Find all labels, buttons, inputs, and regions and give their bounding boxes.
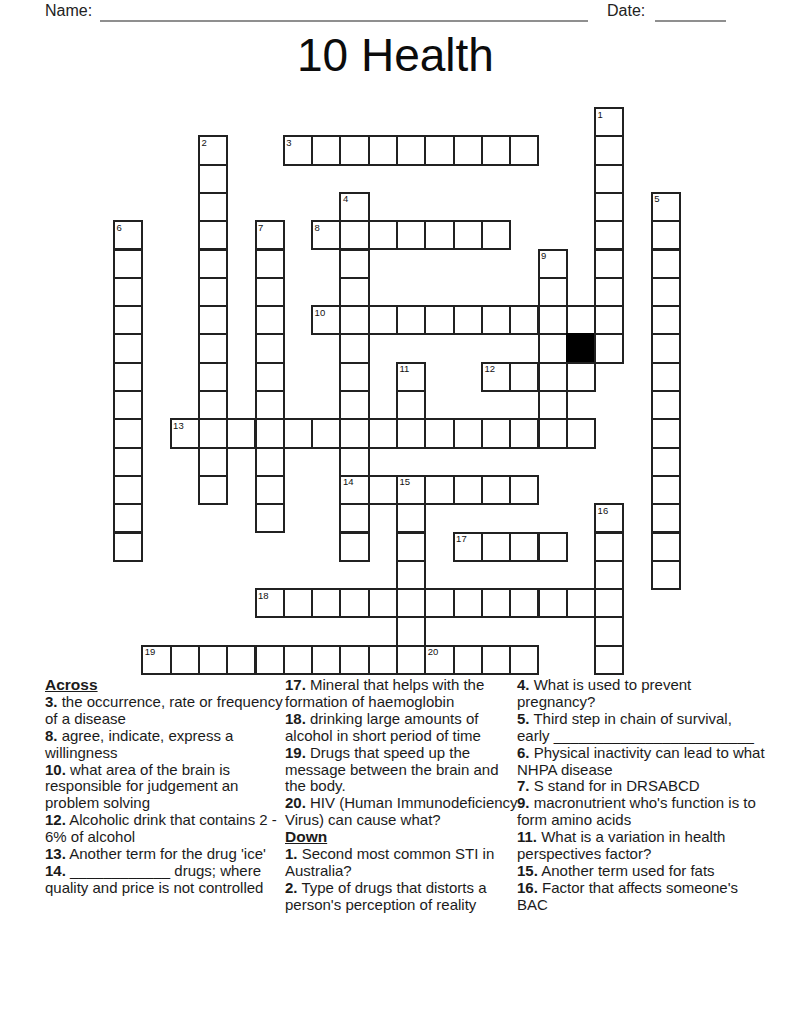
grid-cell[interactable] — [396, 220, 426, 250]
clue-item: 17. Mineral that helps with the formatio… — [285, 677, 518, 711]
clue-number: 11 — [400, 364, 410, 374]
grid-cell[interactable] — [198, 475, 228, 505]
grid-cell[interactable] — [481, 305, 511, 335]
grid-cell[interactable] — [311, 588, 341, 618]
across-header: Across — [45, 677, 287, 694]
grid-cell[interactable] — [651, 532, 681, 562]
grid-cell[interactable] — [396, 503, 426, 533]
grid-cell[interactable] — [255, 390, 285, 420]
grid-cell[interactable] — [651, 503, 681, 533]
grid-cell[interactable] — [509, 305, 539, 335]
grid-cell[interactable] — [339, 249, 369, 279]
grid-cell[interactable] — [198, 362, 228, 392]
grid-cell[interactable] — [339, 277, 369, 307]
grid-cell[interactable] — [566, 418, 596, 448]
grid-cell[interactable] — [396, 645, 426, 675]
grid-cell[interactable] — [453, 418, 483, 448]
name-label: Name: — [45, 2, 92, 20]
clue-number: 19 — [145, 647, 156, 657]
crossword-worksheet: { "game": "crossword", "header": { "name… — [0, 0, 791, 1024]
clue-item: 7. S stand for in DRSABCD — [517, 778, 767, 795]
grid-cell[interactable] — [651, 220, 681, 250]
grid-cell[interactable] — [509, 362, 539, 392]
grid-cell[interactable] — [255, 333, 285, 363]
grid-cell[interactable] — [368, 645, 398, 675]
grid-cell[interactable] — [651, 418, 681, 448]
grid-cell[interactable] — [509, 418, 539, 448]
grid-cell[interactable] — [566, 588, 596, 618]
grid-cell[interactable] — [538, 277, 568, 307]
clue-number: 6 — [117, 223, 122, 233]
grid-cell[interactable] — [339, 645, 369, 675]
grid-cell[interactable] — [594, 249, 624, 279]
grid-cell[interactable] — [538, 305, 568, 335]
clue-number: 3 — [286, 138, 291, 148]
grid-cell[interactable] — [566, 362, 596, 392]
grid-cell[interactable] — [339, 362, 369, 392]
clue-column-2: 17. Mineral that helps with the formatio… — [285, 677, 518, 914]
grid-cell[interactable] — [339, 447, 369, 477]
grid-cell[interactable] — [396, 560, 426, 590]
grid-cell[interactable] — [339, 532, 369, 562]
grid-cell[interactable] — [594, 645, 624, 675]
clue-number: 14 — [343, 477, 354, 487]
grid-cell[interactable] — [424, 135, 454, 165]
grid-cell[interactable] — [339, 503, 369, 533]
clue-number: 7 — [258, 223, 263, 233]
clue-number: 20 — [428, 647, 439, 657]
grid-cell[interactable] — [538, 532, 568, 562]
clue-item: 14. ____________ drugs; where quality an… — [45, 863, 287, 897]
grid-cell[interactable] — [424, 588, 454, 618]
grid-cell[interactable] — [481, 135, 511, 165]
grid-cell[interactable] — [594, 192, 624, 222]
grid-cell[interactable] — [424, 418, 454, 448]
grid-cell[interactable] — [651, 390, 681, 420]
grid-cell[interactable] — [396, 532, 426, 562]
grid-cell[interactable] — [651, 277, 681, 307]
grid-cell[interactable] — [283, 588, 313, 618]
grid-cell[interactable] — [113, 418, 143, 448]
clue-number: 8 — [315, 223, 320, 233]
grid-cell[interactable] — [339, 418, 369, 448]
grid-cell[interactable] — [538, 333, 568, 363]
clue-number: 2 — [201, 138, 206, 148]
grid-cell[interactable] — [396, 418, 426, 448]
grid-cell[interactable] — [113, 532, 143, 562]
grid-cell[interactable] — [396, 135, 426, 165]
clue-item: 13. Another term for the drug 'ice' — [45, 846, 287, 863]
clue-item: 8. agree, indicate, express a willingnes… — [45, 728, 287, 762]
grid-cell[interactable] — [396, 390, 426, 420]
grid-cell[interactable] — [594, 220, 624, 250]
grid-cell[interactable] — [651, 305, 681, 335]
clue-item: 3. the occurrence, rate or frequency of … — [45, 694, 287, 728]
clue-column-3: 4. What is used to prevent pregnancy?5. … — [517, 677, 767, 914]
grid-cell[interactable] — [113, 447, 143, 477]
clue-item: 4. What is used to prevent pregnancy? — [517, 677, 767, 711]
grid-cell[interactable] — [509, 645, 539, 675]
grid-cell[interactable] — [424, 475, 454, 505]
grid-cell[interactable] — [198, 305, 228, 335]
grid-cell[interactable] — [198, 333, 228, 363]
grid-cell[interactable] — [594, 164, 624, 194]
clue-item: 20. HIV (Human Immunodeficiency Virus) c… — [285, 795, 518, 829]
grid-cell[interactable] — [311, 418, 341, 448]
grid-cell[interactable] — [396, 588, 426, 618]
clue-number: 16 — [598, 506, 609, 516]
grid-cell[interactable] — [651, 560, 681, 590]
grid-cell[interactable] — [198, 390, 228, 420]
clue-number: 4 — [343, 194, 348, 204]
grid-cell[interactable] — [424, 220, 454, 250]
grid-cell[interactable] — [226, 418, 256, 448]
grid-cell[interactable] — [113, 249, 143, 279]
grid-cell[interactable] — [339, 220, 369, 250]
grid-cell[interactable] — [368, 588, 398, 618]
grid-cell[interactable] — [198, 192, 228, 222]
clue-number: 1 — [598, 110, 603, 120]
black-cell — [566, 333, 596, 363]
clue-item: 11. What is a variation in health perspe… — [517, 829, 767, 863]
grid-cell[interactable] — [198, 418, 228, 448]
clue-column-1: Across3. the occurrence, rate or frequen… — [45, 677, 287, 897]
grid-cell[interactable] — [453, 220, 483, 250]
grid-cell[interactable] — [311, 645, 341, 675]
clue-item: 6. Physical inactivity can lead to what … — [517, 745, 767, 779]
clue-item: 19. Drugs that speed up the message betw… — [285, 745, 518, 796]
grid-cell[interactable] — [368, 220, 398, 250]
grid-cell[interactable] — [255, 475, 285, 505]
grid-cell[interactable] — [481, 532, 511, 562]
grid-cell[interactable] — [396, 305, 426, 335]
grid-cell[interactable] — [594, 560, 624, 590]
grid-cell[interactable] — [509, 135, 539, 165]
grid-cell[interactable] — [113, 503, 143, 533]
grid-cell[interactable] — [255, 645, 285, 675]
clue-item: 16. Factor that affects someone's BAC — [517, 880, 767, 914]
grid-cell[interactable] — [198, 277, 228, 307]
grid-cell[interactable] — [594, 305, 624, 335]
grid-cell[interactable] — [566, 305, 596, 335]
grid-cell[interactable] — [453, 475, 483, 505]
clue-item: 10. what area of the brain is responsibl… — [45, 762, 287, 813]
grid-cell[interactable] — [481, 588, 511, 618]
grid-cell[interactable] — [651, 249, 681, 279]
clue-item: 1. Second most common STI in Australia? — [285, 846, 518, 880]
grid-cell[interactable] — [339, 305, 369, 335]
clue-number: 5 — [654, 194, 659, 204]
grid-cell[interactable] — [424, 305, 454, 335]
grid-cell[interactable] — [255, 447, 285, 477]
grid-cell[interactable] — [255, 305, 285, 335]
grid-cell[interactable] — [368, 475, 398, 505]
grid-cell[interactable] — [594, 333, 624, 363]
grid-cell[interactable] — [113, 475, 143, 505]
grid-cell[interactable] — [226, 645, 256, 675]
grid-cell[interactable] — [538, 362, 568, 392]
grid-cell[interactable] — [113, 390, 143, 420]
grid-cell[interactable] — [481, 220, 511, 250]
grid-cell[interactable] — [594, 277, 624, 307]
name-fill-line[interactable] — [100, 0, 588, 22]
grid-cell[interactable] — [255, 418, 285, 448]
grid-cell[interactable] — [481, 645, 511, 675]
grid-cell[interactable] — [594, 135, 624, 165]
grid-cell[interactable] — [481, 418, 511, 448]
clue-number: 17 — [456, 534, 467, 544]
grid-cell[interactable] — [255, 249, 285, 279]
clue-number: 15 — [400, 477, 411, 487]
grid-cell[interactable] — [453, 588, 483, 618]
grid-cell[interactable] — [255, 277, 285, 307]
grid-cell[interactable] — [651, 362, 681, 392]
grid-cell[interactable] — [481, 475, 511, 505]
grid-cell[interactable] — [311, 135, 341, 165]
grid-cell[interactable] — [453, 305, 483, 335]
grid-cell[interactable] — [283, 645, 313, 675]
clue-item: 12. Alcoholic drink that contains 2 - 6%… — [45, 812, 287, 846]
grid-cell[interactable] — [198, 220, 228, 250]
grid-cell[interactable] — [198, 645, 228, 675]
grid-cell[interactable] — [509, 532, 539, 562]
clue-number: 9 — [541, 251, 546, 261]
grid-cell[interactable] — [113, 362, 143, 392]
grid-cell[interactable] — [368, 135, 398, 165]
grid-cell[interactable] — [396, 616, 426, 646]
grid-cell[interactable] — [651, 447, 681, 477]
grid-cell[interactable] — [538, 418, 568, 448]
grid-cell[interactable] — [339, 588, 369, 618]
grid-cell[interactable] — [113, 305, 143, 335]
grid-cell[interactable] — [198, 447, 228, 477]
grid-cell[interactable] — [113, 277, 143, 307]
clue-number: 18 — [258, 591, 269, 601]
clue-item: 15. Another term used for fats — [517, 863, 767, 880]
clue-item: 5. Third step in chain of survival, earl… — [517, 711, 767, 745]
clue-number: 13 — [173, 421, 184, 431]
date-label: Date: — [607, 2, 645, 20]
page-title: 10 Health — [0, 28, 791, 82]
clue-item: 2. Type of drugs that distorts a person'… — [285, 880, 518, 914]
down-header: Down — [285, 829, 518, 846]
grid-cell[interactable] — [453, 645, 483, 675]
grid-cell[interactable] — [538, 390, 568, 420]
grid-cell[interactable] — [283, 418, 313, 448]
clue-item: 18. drinking large amounts of alcohol in… — [285, 711, 518, 745]
grid-cell[interactable] — [198, 249, 228, 279]
grid-cell[interactable] — [339, 390, 369, 420]
grid-cell[interactable] — [538, 588, 568, 618]
grid-cell[interactable] — [368, 305, 398, 335]
grid-cell[interactable] — [198, 164, 228, 194]
date-fill-line[interactable] — [655, 0, 726, 22]
clue-number: 10 — [315, 308, 326, 318]
grid-cell[interactable] — [255, 362, 285, 392]
grid-cell[interactable] — [594, 532, 624, 562]
grid-cell[interactable] — [594, 616, 624, 646]
grid-cell[interactable] — [651, 475, 681, 505]
grid-cell[interactable] — [339, 135, 369, 165]
grid-cell[interactable] — [170, 645, 200, 675]
grid-cell[interactable] — [594, 588, 624, 618]
clue-item: 9. macronutrient who's function is to fo… — [517, 795, 767, 829]
grid-cell[interactable] — [113, 333, 143, 363]
grid-cell[interactable] — [339, 333, 369, 363]
grid-cell[interactable] — [651, 333, 681, 363]
clue-number: 12 — [484, 364, 495, 374]
grid-cell[interactable] — [509, 588, 539, 618]
grid-cell[interactable] — [453, 135, 483, 165]
crossword-grid: 1234567891011121314151617181920 — [113, 107, 681, 675]
grid-cell[interactable] — [509, 475, 539, 505]
grid-cell[interactable] — [368, 418, 398, 448]
grid-cell[interactable] — [255, 503, 285, 533]
